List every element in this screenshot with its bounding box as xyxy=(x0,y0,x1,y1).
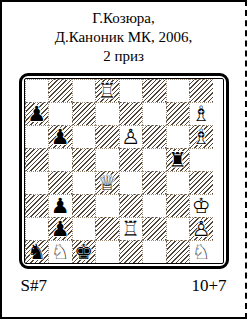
square-h8 xyxy=(189,79,213,102)
square-d5 xyxy=(95,148,119,171)
square-h2: ♟♙ xyxy=(189,217,213,240)
square-f6 xyxy=(142,125,166,148)
square-b8 xyxy=(48,79,72,102)
square-e4 xyxy=(119,171,143,194)
caption-row: S#7 10+7 xyxy=(21,277,227,295)
square-d1 xyxy=(95,240,119,263)
square-g1 xyxy=(166,240,190,263)
square-a6 xyxy=(25,125,49,148)
award-line: 2 приз xyxy=(2,47,245,66)
piece-white-king: ♚♔ xyxy=(191,196,212,217)
square-a1: ♞ xyxy=(25,240,49,263)
square-g4 xyxy=(166,171,190,194)
piece-white-rook: ♜♖ xyxy=(120,219,141,240)
piece-white-pawn: ♟♙ xyxy=(191,219,212,240)
square-h6: ♝♗ xyxy=(189,125,213,148)
square-h4 xyxy=(189,171,213,194)
stipulation-label: S#7 xyxy=(21,277,47,295)
square-c8 xyxy=(72,79,96,102)
author-line: Г.Козюра, xyxy=(2,9,245,28)
square-c6 xyxy=(72,125,96,148)
square-b3: ♟ xyxy=(48,194,72,217)
square-e6: ♟♙ xyxy=(119,125,143,148)
square-b4 xyxy=(48,171,72,194)
square-c2 xyxy=(72,217,96,240)
square-g8 xyxy=(166,79,190,102)
square-e2: ♜♖ xyxy=(119,217,143,240)
square-a5 xyxy=(25,148,49,171)
square-g5: ♜ xyxy=(166,148,190,171)
square-b6: ♟ xyxy=(48,125,72,148)
square-c5 xyxy=(72,148,96,171)
piece-black-rook: ♜ xyxy=(167,150,188,171)
square-b2: ♟ xyxy=(48,217,72,240)
square-h7: ♝♗ xyxy=(189,102,213,125)
square-a2 xyxy=(25,217,49,240)
square-e7 xyxy=(119,102,143,125)
square-d3 xyxy=(95,194,119,217)
square-g3 xyxy=(166,194,190,217)
problem-card: Г.Козюра, Д.Каноник МК, 2006, 2 приз ♜♖♟… xyxy=(0,0,247,319)
square-f8 xyxy=(142,79,166,102)
square-e3 xyxy=(119,194,143,217)
material-count-label: 10+7 xyxy=(191,277,226,295)
piece-white-queen: ♛♕ xyxy=(97,173,118,194)
square-h3: ♚♔ xyxy=(189,194,213,217)
square-b5 xyxy=(48,148,72,171)
chessboard: ♜♖♟♝♗♟♟♙♝♗♜♛♕♟♚♔♟♜♖♟♙♞♞♘♚♞♘ xyxy=(25,79,223,263)
square-f5 xyxy=(142,148,166,171)
square-f1 xyxy=(142,240,166,263)
piece-black-pawn: ♟ xyxy=(26,104,47,125)
square-b1: ♞♘ xyxy=(48,240,72,263)
square-f7 xyxy=(142,102,166,125)
square-a4 xyxy=(25,171,49,194)
square-h5 xyxy=(189,148,213,171)
piece-white-bishop: ♝♗ xyxy=(191,127,212,148)
square-e5 xyxy=(119,148,143,171)
square-c3 xyxy=(72,194,96,217)
square-d4: ♛♕ xyxy=(95,171,119,194)
square-g7 xyxy=(166,102,190,125)
piece-white-knight: ♞♘ xyxy=(191,242,212,263)
square-d7 xyxy=(95,102,119,125)
square-g6 xyxy=(166,125,190,148)
piece-white-rook: ♜♖ xyxy=(97,81,118,102)
square-h1: ♞♘ xyxy=(189,240,213,263)
piece-white-pawn: ♟♙ xyxy=(120,127,141,148)
square-d6 xyxy=(95,125,119,148)
square-e8 xyxy=(119,79,143,102)
square-c7 xyxy=(72,102,96,125)
square-a3 xyxy=(25,194,49,217)
piece-black-pawn: ♟ xyxy=(50,219,71,240)
chessboard-frame: ♜♖♟♝♗♟♟♙♝♗♜♛♕♟♚♔♟♜♖♟♙♞♞♘♚♞♘ xyxy=(19,73,229,269)
square-g2 xyxy=(166,217,190,240)
square-c1: ♚ xyxy=(72,240,96,263)
piece-black-pawn: ♟ xyxy=(50,127,71,148)
square-e1 xyxy=(119,240,143,263)
piece-black-knight: ♞ xyxy=(26,242,47,263)
piece-black-pawn: ♟ xyxy=(50,196,71,217)
square-a7: ♟ xyxy=(25,102,49,125)
piece-white-knight: ♞♘ xyxy=(50,242,71,263)
square-b7 xyxy=(48,102,72,125)
square-d8: ♜♖ xyxy=(95,79,119,102)
tourney-line: Д.Каноник МК, 2006, xyxy=(2,28,245,47)
square-a8 xyxy=(25,79,49,102)
piece-white-bishop: ♝♗ xyxy=(191,104,212,125)
square-f3 xyxy=(142,194,166,217)
piece-black-king: ♚ xyxy=(73,242,94,263)
square-f4 xyxy=(142,171,166,194)
problem-title: Г.Козюра, Д.Каноник МК, 2006, 2 приз xyxy=(2,9,245,66)
chessboard-inner-border: ♜♖♟♝♗♟♟♙♝♗♜♛♕♟♚♔♟♜♖♟♙♞♞♘♚♞♘ xyxy=(24,78,224,264)
square-c4 xyxy=(72,171,96,194)
square-d2 xyxy=(95,217,119,240)
square-f2 xyxy=(142,217,166,240)
